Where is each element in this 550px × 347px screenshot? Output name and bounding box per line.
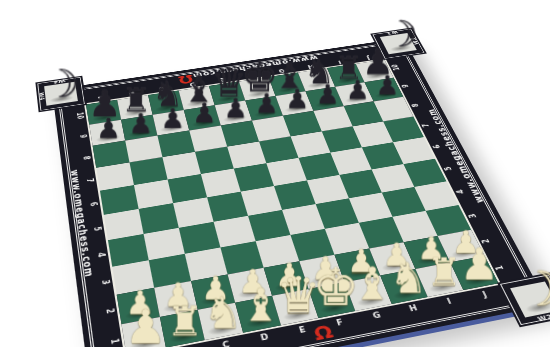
square-a1[interactable]: ♟ [122, 317, 166, 347]
board-mat-border: ♟♜♞♝♛♚♝♞♜♟♟♟♟♟♟♟♟♟♟♟♟♟♟♟♟♟♟♟♟♟♟♜♞♝♛♚♝♞♜♟… [52, 38, 549, 347]
piece-white-queen[interactable]: ♛ [276, 273, 321, 318]
piece-black-pawn[interactable]: ♟ [285, 87, 309, 111]
square-c5[interactable] [173, 197, 214, 228]
piece-white-champion[interactable]: ♟ [125, 306, 167, 347]
piece-white-knight[interactable]: ♞ [389, 259, 427, 297]
square-b5[interactable] [139, 203, 179, 234]
piece-white-knight[interactable]: ♞ [204, 294, 243, 333]
files-bottom-label: H [392, 299, 433, 318]
wizard-cell-w2[interactable]: ☽ [510, 282, 550, 318]
photo-stage: ♟♜♞♝♛♚♝♞♜♟♟♟♟♟♟♟♟♟♟♟♟♟♟♟♟♟♟♟♟♟♟♜♞♝♛♚♝♞♜♟… [0, 0, 550, 347]
piece-white-wizard[interactable]: ☽ [520, 268, 550, 310]
piece-white-rook[interactable]: ♜ [427, 255, 462, 290]
piece-white-champion[interactable]: ♟ [460, 244, 499, 283]
wizard-cell-w4[interactable]: ☽ [44, 82, 78, 106]
board-scene: ♟♜♞♝♛♚♝♞♜♟♟♟♟♟♟♟♟♟♟♟♟♟♟♟♟♟♟♟♟♟♟♜♞♝♛♚♝♞♜♟… [48, 0, 508, 347]
square-f6[interactable] [266, 158, 307, 186]
square-c1[interactable]: ♞ [198, 303, 243, 340]
corner-label-w2: W2 [536, 313, 550, 323]
square-c8[interactable] [157, 130, 195, 157]
wizard-square-w2[interactable]: W2 W2 ☽ [497, 272, 550, 327]
piece-black-pawn[interactable]: ♟ [224, 96, 248, 120]
piece-black-pawn[interactable]: ♟ [316, 82, 340, 106]
piece-white-bishop[interactable]: ♝ [241, 284, 282, 325]
piece-black-pawn[interactable]: ♟ [192, 101, 216, 126]
piece-white-rook[interactable]: ♜ [167, 304, 203, 340]
square-b4[interactable] [144, 228, 185, 260]
piece-black-pawn[interactable]: ♟ [160, 106, 185, 131]
piece-black-pawn[interactable]: ♟ [346, 77, 370, 101]
piece-black-wizard[interactable]: ☽ [45, 66, 79, 101]
omega-chess-board: ♟♜♞♝♛♚♝♞♜♟♟♟♟♟♟♟♟♟♟♟♟♟♟♟♟♟♟♟♟♟♟♜♞♝♛♚♝♞♜♟… [52, 38, 549, 347]
piece-black-pawn[interactable]: ♟ [128, 111, 153, 136]
square-b1[interactable]: ♜ [160, 310, 205, 347]
piece-black-pawn[interactable]: ♟ [255, 91, 279, 115]
